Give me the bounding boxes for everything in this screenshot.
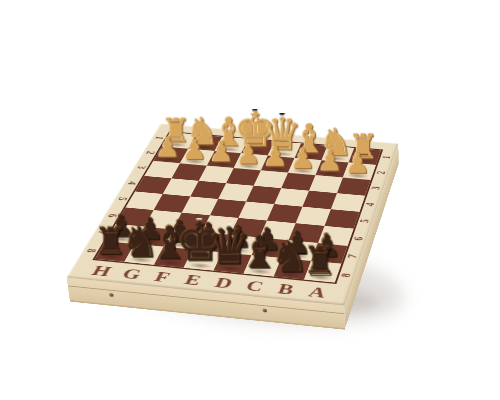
piece-white-pawn[interactable]: ♟	[290, 146, 315, 173]
chess-board: ♜♞♝♚♛♝♞♜♟♟♟♟♟♟♟♟♟♟♟♟♟♟♟♟♜♞♝♚♛♝♞♜ HGFEDCB…	[67, 124, 399, 306]
finial-ball	[279, 110, 285, 116]
screw-icon	[109, 293, 114, 297]
rank-label-left-3: 3	[125, 162, 157, 172]
piece-white-pawn[interactable]: ♟	[182, 137, 207, 163]
piece-glyph: ♟	[182, 137, 207, 163]
product-photo: ♜♞♝♚♛♝♞♜♟♟♟♟♟♟♟♟♟♟♟♟♟♟♟♟♜♞♝♚♛♝♞♜ HGFEDCB…	[0, 0, 500, 400]
piece-glyph: ♟	[235, 142, 260, 168]
square-a5[interactable]	[325, 209, 360, 228]
piece-glyph: ♟	[290, 146, 315, 173]
square-a8[interactable]: ♜	[304, 261, 341, 282]
scene: ♜♞♝♚♛♝♞♜♟♟♟♟♟♟♟♟♟♟♟♟♟♟♟♟♜♞♝♚♛♝♞♜ HGFEDCB…	[0, 0, 500, 400]
finial-ball	[226, 219, 232, 225]
piece-white-pawn[interactable]: ♟	[235, 142, 260, 168]
piece-glyph: ♟	[317, 149, 342, 176]
piece-white-pawn[interactable]: ♟	[208, 139, 233, 165]
rank-label-left-4: 4	[115, 178, 147, 188]
rank-label-left-2: 2	[134, 148, 165, 157]
piece-white-pawn[interactable]: ♟	[317, 149, 342, 176]
piece-black-rook[interactable]: ♜	[303, 244, 337, 280]
square-b5[interactable]	[296, 207, 331, 226]
rank-label-left-5: 5	[105, 194, 138, 204]
rank-label-left-1: 1	[143, 133, 173, 142]
piece-glyph: ♟	[262, 144, 287, 171]
piece-glyph: ♜	[303, 244, 337, 280]
screw-icon	[263, 309, 267, 313]
piece-white-pawn[interactable]: ♟	[262, 144, 287, 171]
finial-spike	[196, 210, 202, 220]
finial-spike	[252, 102, 258, 111]
piece-glyph: ♟	[208, 139, 233, 165]
